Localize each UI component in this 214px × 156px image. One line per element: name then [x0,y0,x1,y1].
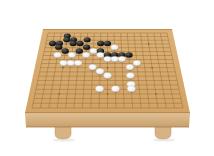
stone-white[interactable] [60,60,68,66]
star-point [155,93,156,94]
stone-white[interactable] [90,48,97,53]
stone-black[interactable] [97,41,104,46]
stone-white[interactable] [126,73,134,79]
stone-white[interactable] [95,86,103,92]
stone-white[interactable] [111,56,119,61]
star-point [107,67,108,68]
board-foot-right [155,126,171,139]
stone-white[interactable] [127,86,135,92]
go-board [0,0,214,156]
stone-black[interactable] [125,52,132,57]
stone-white[interactable] [104,73,112,79]
stone-white[interactable] [67,60,75,66]
stone-white[interactable] [126,64,134,70]
stone-black[interactable] [63,37,70,42]
stone-black[interactable] [76,41,83,46]
stone-white[interactable] [54,52,61,57]
stone-black[interactable] [70,41,77,46]
stone-white[interactable] [111,45,118,50]
stone-white[interactable] [68,52,75,57]
board-foot-left [55,126,71,139]
stone-white[interactable] [74,60,82,66]
stone-white[interactable] [96,68,104,74]
star-point [148,43,149,44]
star-point [58,93,59,94]
stone-black[interactable] [76,48,83,53]
board-front-face [25,113,190,127]
stone-white[interactable] [118,56,126,61]
stone-white[interactable] [97,52,104,57]
stone-black[interactable] [49,41,56,46]
stone-black[interactable] [104,41,111,46]
star-point [62,67,63,68]
photo-canvas [0,0,214,156]
stone-white[interactable] [111,86,119,92]
stone-white[interactable] [89,64,97,70]
stone-white[interactable] [133,60,141,66]
stone-black[interactable] [55,45,62,50]
star-point [151,67,152,68]
stone-white[interactable] [82,52,89,57]
stone-black[interactable] [83,45,90,50]
star-point [107,93,108,94]
stone-white[interactable] [104,56,112,61]
stone-black[interactable] [62,48,69,53]
star-point [66,43,67,44]
stone-black[interactable] [84,37,91,42]
